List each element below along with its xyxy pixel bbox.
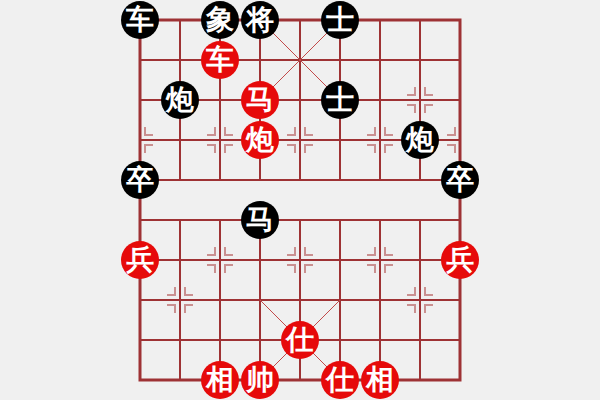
red-advisor-b[interactable]: 仕 <box>321 361 359 399</box>
red-advisor-b-glyph: 仕 <box>326 366 354 394</box>
black-soldier-b-glyph: 卒 <box>446 166 474 194</box>
black-elephant-glyph: 象 <box>206 6 234 34</box>
black-chariot-a-glyph: 车 <box>126 6 154 34</box>
black-advisor-b[interactable]: 士 <box>321 81 359 119</box>
black-general[interactable]: 将 <box>241 1 279 39</box>
red-general[interactable]: 帅 <box>241 361 279 399</box>
red-elephant-a-glyph: 相 <box>206 366 234 394</box>
red-horse-glyph: 马 <box>246 86 274 114</box>
black-soldier-b[interactable]: 卒 <box>441 161 479 199</box>
black-horse[interactable]: 马 <box>241 201 279 239</box>
red-elephant-a[interactable]: 相 <box>201 361 239 399</box>
red-general-glyph: 帅 <box>246 366 274 394</box>
black-cannon-b[interactable]: 炮 <box>401 121 439 159</box>
black-horse-glyph: 马 <box>246 206 274 234</box>
red-elephant-b[interactable]: 相 <box>361 361 399 399</box>
black-general-glyph: 将 <box>246 6 274 34</box>
black-cannon-a-glyph: 炮 <box>166 86 194 114</box>
red-soldier-b-glyph: 兵 <box>446 246 474 274</box>
black-chariot-a[interactable]: 车 <box>121 1 159 39</box>
red-soldier-a[interactable]: 兵 <box>121 241 159 279</box>
black-cannon-b-glyph: 炮 <box>406 126 434 154</box>
red-soldier-a-glyph: 兵 <box>126 246 154 274</box>
black-elephant[interactable]: 象 <box>201 1 239 39</box>
red-horse[interactable]: 马 <box>241 81 279 119</box>
red-soldier-b[interactable]: 兵 <box>441 241 479 279</box>
red-chariot-glyph: 车 <box>206 46 234 74</box>
red-advisor-a[interactable]: 仕 <box>281 321 319 359</box>
black-cannon-a[interactable]: 炮 <box>161 81 199 119</box>
piece-layer: 车象将士车炮马士炮炮卒卒马兵兵仕相帅仕相 <box>120 0 480 400</box>
black-soldier-a[interactable]: 卒 <box>121 161 159 199</box>
black-advisor-a-glyph: 士 <box>326 6 354 34</box>
xiangqi-board[interactable]: 车象将士车炮马士炮炮卒卒马兵兵仕相帅仕相 <box>0 0 600 400</box>
red-cannon-glyph: 炮 <box>246 126 274 154</box>
red-cannon[interactable]: 炮 <box>241 121 279 159</box>
red-advisor-a-glyph: 仕 <box>286 326 314 354</box>
red-chariot[interactable]: 车 <box>201 41 239 79</box>
black-soldier-a-glyph: 卒 <box>126 166 154 194</box>
red-elephant-b-glyph: 相 <box>366 366 394 394</box>
black-advisor-a[interactable]: 士 <box>321 1 359 39</box>
black-advisor-b-glyph: 士 <box>326 86 354 114</box>
